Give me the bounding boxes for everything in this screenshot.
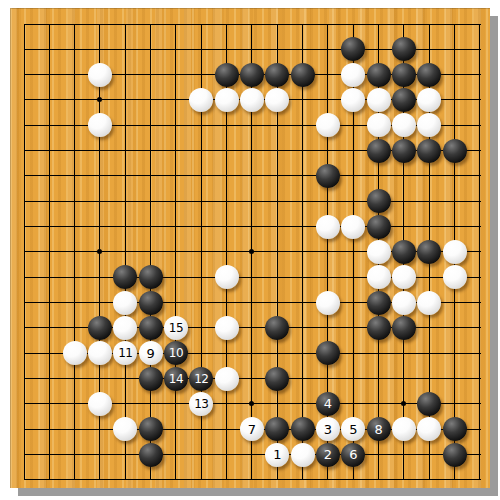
stone-black[interactable]: 14	[164, 367, 188, 391]
stone-black[interactable]	[291, 417, 315, 441]
stone-white[interactable]	[291, 443, 315, 467]
grid-line-horizontal	[24, 175, 481, 176]
move-number-label: 14	[169, 373, 183, 385]
stone-white[interactable]	[113, 316, 137, 340]
stone-white[interactable]	[367, 113, 391, 137]
stone-white[interactable]	[240, 88, 264, 112]
stone-white[interactable]	[215, 316, 239, 340]
stone-white[interactable]: 5	[341, 417, 365, 441]
stone-black[interactable]	[316, 164, 340, 188]
stone-black[interactable]	[367, 63, 391, 87]
stone-black[interactable]: 4	[316, 392, 340, 416]
stone-black[interactable]	[265, 316, 289, 340]
move-number-label: 10	[169, 347, 183, 359]
move-number-label: 3	[324, 423, 332, 436]
move-number-label: 9	[147, 347, 155, 360]
stone-black[interactable]	[443, 443, 467, 467]
stone-white[interactable]	[341, 88, 365, 112]
stone-black[interactable]	[367, 215, 391, 239]
stone-white[interactable]	[417, 417, 441, 441]
stone-black[interactable]	[139, 417, 163, 441]
stone-white[interactable]: 13	[189, 392, 213, 416]
move-number-label: 12	[194, 373, 208, 385]
grid-line-horizontal	[24, 24, 481, 25]
stone-black[interactable]	[139, 443, 163, 467]
move-number-label: 5	[349, 423, 357, 436]
stone-black[interactable]	[417, 63, 441, 87]
stone-white[interactable]	[113, 417, 137, 441]
stone-black[interactable]	[392, 88, 416, 112]
stone-black[interactable]	[417, 240, 441, 264]
stone-black[interactable]	[139, 265, 163, 289]
stone-black[interactable]	[215, 63, 239, 87]
stone-black[interactable]	[291, 63, 315, 87]
star-point	[97, 97, 102, 102]
stone-black[interactable]	[341, 37, 365, 61]
stone-black[interactable]	[265, 367, 289, 391]
move-number-label: 11	[118, 347, 132, 359]
stone-white[interactable]	[88, 392, 112, 416]
stone-black[interactable]	[392, 240, 416, 264]
stone-black[interactable]	[417, 392, 441, 416]
stone-black[interactable]	[417, 139, 441, 163]
stone-black[interactable]: 6	[341, 443, 365, 467]
stone-black[interactable]	[113, 265, 137, 289]
stone-white[interactable]	[189, 88, 213, 112]
move-number-label: 13	[194, 398, 208, 410]
go-board[interactable]: 151191014121347358126	[10, 8, 490, 488]
grid-line-horizontal	[24, 454, 481, 455]
stone-black[interactable]	[316, 341, 340, 365]
move-number-label: 8	[375, 423, 383, 436]
move-number-label: 4	[324, 397, 332, 410]
move-number-label: 1	[273, 448, 281, 461]
stone-white[interactable]	[215, 367, 239, 391]
stone-black[interactable]	[392, 316, 416, 340]
stone-white[interactable]	[417, 88, 441, 112]
stone-white[interactable]	[417, 291, 441, 315]
stone-white[interactable]	[316, 113, 340, 137]
stone-black[interactable]	[367, 139, 391, 163]
stone-white[interactable]	[88, 341, 112, 365]
stone-black[interactable]	[367, 316, 391, 340]
stone-black[interactable]: 12	[189, 367, 213, 391]
stone-white[interactable]	[215, 265, 239, 289]
move-number-label: 7	[248, 423, 256, 436]
stone-white[interactable]	[443, 240, 467, 264]
stone-white[interactable]	[392, 265, 416, 289]
stone-black[interactable]	[88, 316, 112, 340]
star-point	[97, 249, 102, 254]
grid-line-horizontal	[24, 479, 481, 480]
stone-black[interactable]	[443, 139, 467, 163]
star-point	[249, 249, 254, 254]
stone-white[interactable]: 3	[316, 417, 340, 441]
star-point	[401, 401, 406, 406]
stone-white[interactable]	[367, 265, 391, 289]
stone-black[interactable]	[443, 417, 467, 441]
move-number-label: 2	[324, 448, 332, 461]
stone-white[interactable]: 7	[240, 417, 264, 441]
stone-white[interactable]: 15	[164, 316, 188, 340]
grid-line-horizontal	[24, 201, 481, 202]
stone-black[interactable]	[139, 367, 163, 391]
stone-white[interactable]	[88, 63, 112, 87]
grid-line-vertical	[479, 24, 480, 480]
stone-white[interactable]	[392, 417, 416, 441]
stone-black[interactable]	[265, 63, 289, 87]
stone-black[interactable]	[139, 291, 163, 315]
move-number-label: 6	[349, 448, 357, 461]
stone-black[interactable]	[367, 189, 391, 213]
stone-black[interactable]: 8	[367, 417, 391, 441]
star-point	[249, 401, 254, 406]
stone-black[interactable]	[367, 291, 391, 315]
stone-white[interactable]	[443, 265, 467, 289]
stone-white[interactable]: 1	[265, 443, 289, 467]
stone-white[interactable]	[113, 291, 137, 315]
stone-black[interactable]	[139, 316, 163, 340]
move-number-label: 15	[169, 322, 183, 334]
stone-white[interactable]	[88, 113, 112, 137]
stone-black[interactable]: 10	[164, 341, 188, 365]
stone-white[interactable]	[392, 113, 416, 137]
stone-white[interactable]: 9	[139, 341, 163, 365]
stone-black[interactable]	[265, 417, 289, 441]
stone-white[interactable]	[367, 88, 391, 112]
stone-black[interactable]	[392, 139, 416, 163]
stone-white[interactable]	[316, 215, 340, 239]
stone-white[interactable]	[341, 63, 365, 87]
stone-white[interactable]	[63, 341, 87, 365]
stone-white[interactable]	[265, 88, 289, 112]
stone-black[interactable]: 2	[316, 443, 340, 467]
stone-white[interactable]	[367, 240, 391, 264]
grid-line-horizontal	[24, 226, 481, 227]
stone-white[interactable]	[316, 291, 340, 315]
stone-white[interactable]	[392, 291, 416, 315]
grid-line-vertical	[302, 24, 303, 480]
stone-white[interactable]	[417, 113, 441, 137]
stone-white[interactable]	[215, 88, 239, 112]
stone-black[interactable]	[392, 63, 416, 87]
stone-black[interactable]	[392, 37, 416, 61]
stone-white[interactable]: 11	[113, 341, 137, 365]
stone-white[interactable]	[341, 215, 365, 239]
grid-line-horizontal	[24, 378, 481, 379]
stone-black[interactable]	[240, 63, 264, 87]
